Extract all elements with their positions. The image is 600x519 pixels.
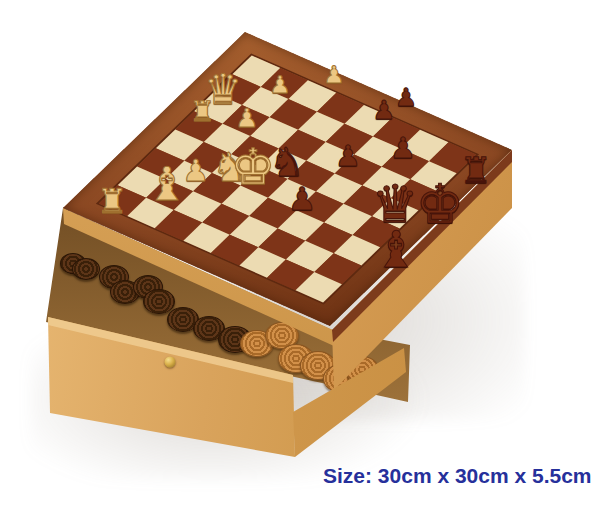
chess-piece-white-r-a2: ♜	[97, 184, 127, 218]
size-caption: Size: 30cm x 30cm x 5.5cm	[323, 464, 592, 488]
chess-piece-black-p-e6: ♟	[335, 142, 361, 171]
drawer-knob	[165, 357, 176, 368]
chess-piece-white-r-a5: ♜	[189, 98, 214, 126]
chess-piece-black-p-e8: ♟	[395, 85, 417, 110]
checker-dark	[143, 289, 175, 314]
checker-dark	[72, 258, 100, 280]
chess-piece-black-p-e4: ♟	[288, 183, 317, 215]
chess-piece-black-p-e7: ♟	[372, 97, 395, 123]
chess-piece-white-b-b3: ♝	[146, 161, 187, 207]
chess-piece-white-p-b7: ♟	[269, 73, 291, 97]
chess-piece-black-n-d5: ♞	[269, 142, 305, 182]
chess-piece-white-p-b6: ♟	[235, 105, 258, 131]
chess-piece-white-p-c8: ♟	[323, 63, 345, 87]
product-photo: ♛♜♟♟♟♝♟♞♚♜♞♟♟♟♟♟♛♚♜♝ Size: 30cm x 30cm x…	[0, 0, 600, 519]
chess-piece-black-p-f7: ♟	[390, 134, 416, 163]
chess-piece-black-b-g4: ♝	[374, 225, 419, 275]
chess-piece-black-r-h8: ♜	[460, 153, 492, 189]
chess-piece-white-p-b4: ♟	[183, 156, 210, 186]
chess-piece-black-k-h6: ♚	[416, 178, 464, 232]
